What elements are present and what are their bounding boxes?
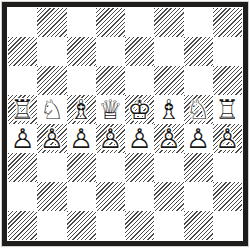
square-h4[interactable]: ♙ — [213, 124, 242, 153]
square-h6[interactable] — [213, 66, 242, 95]
square-c7[interactable] — [67, 37, 96, 66]
square-c6[interactable] — [67, 66, 96, 95]
square-c3[interactable] — [67, 153, 96, 182]
square-a4[interactable]: ♙ — [8, 124, 37, 153]
board-frame: ♖♘♗♕♔♗♘♖♙♙♙♙♙♙♙♙ — [2, 2, 248, 246]
piece-white-pawn: ♙ — [69, 124, 93, 153]
square-c4[interactable]: ♙ — [67, 124, 96, 153]
piece-white-knight: ♘ — [40, 95, 64, 124]
square-b3[interactable] — [37, 153, 66, 182]
square-a8[interactable] — [8, 8, 37, 37]
square-a7[interactable] — [8, 37, 37, 66]
square-e3[interactable] — [125, 153, 154, 182]
square-h8[interactable] — [213, 8, 242, 37]
square-e8[interactable] — [125, 8, 154, 37]
square-f2[interactable] — [154, 182, 183, 211]
square-d1[interactable] — [96, 211, 125, 240]
piece-white-king: ♔ — [128, 95, 152, 124]
square-d3[interactable] — [96, 153, 125, 182]
square-e2[interactable] — [125, 182, 154, 211]
square-f3[interactable] — [154, 153, 183, 182]
square-b4[interactable]: ♙ — [37, 124, 66, 153]
square-c5[interactable]: ♗ — [67, 95, 96, 124]
square-g3[interactable] — [184, 153, 213, 182]
square-f8[interactable] — [154, 8, 183, 37]
chess-diagram: ♖♘♗♕♔♗♘♖♙♙♙♙♙♙♙♙ — [0, 0, 250, 248]
square-c1[interactable] — [67, 211, 96, 240]
square-f6[interactable] — [154, 66, 183, 95]
piece-white-pawn: ♙ — [215, 124, 239, 153]
square-b7[interactable] — [37, 37, 66, 66]
square-a5[interactable]: ♖ — [8, 95, 37, 124]
square-b2[interactable] — [37, 182, 66, 211]
square-d8[interactable] — [96, 8, 125, 37]
square-h3[interactable] — [213, 153, 242, 182]
square-b5[interactable]: ♘ — [37, 95, 66, 124]
square-g4[interactable]: ♙ — [184, 124, 213, 153]
square-b1[interactable] — [37, 211, 66, 240]
square-h2[interactable] — [213, 182, 242, 211]
square-g6[interactable] — [184, 66, 213, 95]
square-g7[interactable] — [184, 37, 213, 66]
square-c2[interactable] — [67, 182, 96, 211]
square-b6[interactable] — [37, 66, 66, 95]
square-e5[interactable]: ♔ — [125, 95, 154, 124]
square-d2[interactable] — [96, 182, 125, 211]
square-e4[interactable]: ♙ — [125, 124, 154, 153]
square-a2[interactable] — [8, 182, 37, 211]
square-a6[interactable] — [8, 66, 37, 95]
square-b8[interactable] — [37, 8, 66, 37]
piece-white-pawn: ♙ — [11, 124, 35, 153]
square-f5[interactable]: ♗ — [154, 95, 183, 124]
chess-board: ♖♘♗♕♔♗♘♖♙♙♙♙♙♙♙♙ — [8, 8, 242, 240]
square-h7[interactable] — [213, 37, 242, 66]
square-a1[interactable] — [8, 211, 37, 240]
square-h5[interactable]: ♖ — [213, 95, 242, 124]
piece-white-rook: ♖ — [11, 95, 35, 124]
piece-white-pawn: ♙ — [98, 124, 122, 153]
piece-white-pawn: ♙ — [186, 124, 210, 153]
square-e1[interactable] — [125, 211, 154, 240]
square-h1[interactable] — [213, 211, 242, 240]
piece-white-bishop: ♗ — [157, 95, 181, 124]
square-d7[interactable] — [96, 37, 125, 66]
piece-white-pawn: ♙ — [128, 124, 152, 153]
square-a3[interactable] — [8, 153, 37, 182]
square-g1[interactable] — [184, 211, 213, 240]
square-d6[interactable] — [96, 66, 125, 95]
square-g2[interactable] — [184, 182, 213, 211]
piece-white-pawn: ♙ — [157, 124, 181, 153]
square-e7[interactable] — [125, 37, 154, 66]
piece-white-knight: ♘ — [186, 95, 210, 124]
square-f4[interactable]: ♙ — [154, 124, 183, 153]
piece-white-pawn: ♙ — [40, 124, 64, 153]
piece-white-bishop: ♗ — [69, 95, 93, 124]
square-f7[interactable] — [154, 37, 183, 66]
square-d5[interactable]: ♕ — [96, 95, 125, 124]
piece-white-queen: ♕ — [98, 95, 122, 124]
square-d4[interactable]: ♙ — [96, 124, 125, 153]
square-c8[interactable] — [67, 8, 96, 37]
square-g8[interactable] — [184, 8, 213, 37]
square-g5[interactable]: ♘ — [184, 95, 213, 124]
square-e6[interactable] — [125, 66, 154, 95]
square-f1[interactable] — [154, 211, 183, 240]
piece-white-rook: ♖ — [215, 95, 239, 124]
